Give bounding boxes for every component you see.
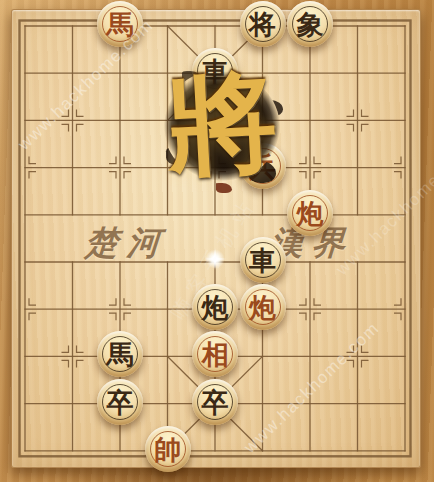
piece-black-soldier[interactable]: 卒 [192,379,238,425]
piece-label: 象 [297,10,324,38]
piece-label: 将 [249,10,276,38]
piece-black-horse[interactable]: 馬 [97,331,143,377]
piece-label: 車 [249,246,276,274]
piece-red-horse[interactable]: 馬 [97,1,143,47]
piece-label: 馬 [107,10,134,38]
piece-red-elephant[interactable]: 相 [192,331,238,377]
piece-red-cannon[interactable]: 炮 [287,190,333,236]
piece-red-soldier[interactable]: 兵 [240,143,286,189]
piece-label: 馬 [107,340,134,368]
piece-red-general[interactable]: 帥 [145,426,191,472]
piece-label: 炮 [249,293,276,321]
piece-red-cannon[interactable]: 炮 [240,284,286,330]
piece-label: 炮 [202,293,229,321]
piece-black-chariot[interactable]: 車 [192,48,238,94]
piece-black-general[interactable]: 将 [240,1,286,47]
pieces-layer: 馬将象車兵炮車炮炮馬相卒卒帥 [0,0,434,482]
piece-black-cannon[interactable]: 炮 [192,284,238,330]
piece-label: 相 [202,340,229,368]
piece-label: 炮 [297,199,324,227]
piece-black-soldier[interactable]: 卒 [97,379,143,425]
piece-label: 卒 [107,388,134,416]
piece-label: 帥 [154,435,181,463]
xiangqi-game-screen: 楚河 漢界 馬将象車兵炮車炮炮馬相卒卒帥 將 www.hackhome.com … [0,0,434,482]
piece-black-chariot[interactable]: 車 [240,237,286,283]
piece-black-elephant[interactable]: 象 [287,1,333,47]
piece-label: 兵 [249,152,276,180]
piece-label: 車 [202,57,229,85]
piece-label: 卒 [202,388,229,416]
